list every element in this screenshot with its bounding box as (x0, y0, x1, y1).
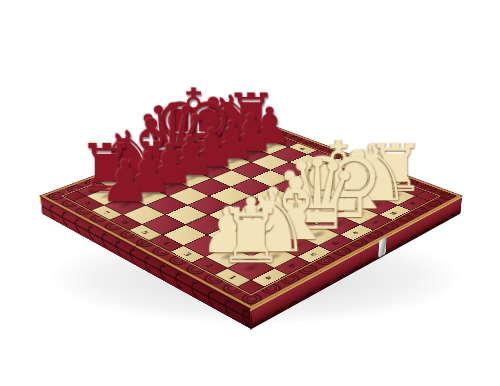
piece-shadow (305, 209, 327, 219)
coordinate-label-cell-b: b (275, 257, 309, 274)
square-d6 (191, 179, 230, 196)
piece-shadow (262, 229, 285, 240)
piece-shadow (240, 240, 264, 252)
piece-shadow (284, 219, 307, 230)
piece-shadow (241, 150, 261, 158)
piece-shadow (385, 191, 406, 201)
piece-shadow (367, 200, 389, 210)
piece-shadow (363, 182, 384, 191)
red-rook-h8: ♜ (203, 92, 299, 140)
piece-shadow (223, 143, 243, 151)
piece-shadow (344, 191, 365, 201)
piece-shadow (242, 136, 261, 144)
product-photo-stage: abcdefgh8♜♞♝♛♚♝♞♜87♟♟♟♟♟♟♟♟7665544332♟♟♟… (0, 0, 500, 386)
piece-shadow (96, 191, 119, 201)
coordinate-label-cell-d: d (320, 235, 353, 251)
white-knight-g1: ♞ (322, 143, 432, 205)
piece-shadow (260, 143, 280, 151)
frame-corner-cell (416, 191, 437, 200)
piece-shadow (203, 150, 223, 158)
coordinate-label: 5 (129, 225, 163, 240)
piece-shadow (183, 158, 204, 166)
piece-shadow (216, 250, 241, 262)
piece-shadow (137, 191, 159, 201)
piece-shadow (181, 174, 202, 183)
piece-shadow (325, 200, 347, 210)
piece-shadow (222, 158, 243, 166)
piece-shadow (141, 174, 163, 183)
piece-shadow (119, 182, 141, 191)
clasp-icon (378, 229, 387, 258)
clasp-body-icon (378, 237, 387, 258)
piece-shadow (160, 182, 182, 191)
piece-shadow (263, 250, 287, 262)
piece-shadow (114, 200, 137, 210)
piece-shadow (202, 166, 223, 175)
piece-shadow (163, 166, 184, 175)
